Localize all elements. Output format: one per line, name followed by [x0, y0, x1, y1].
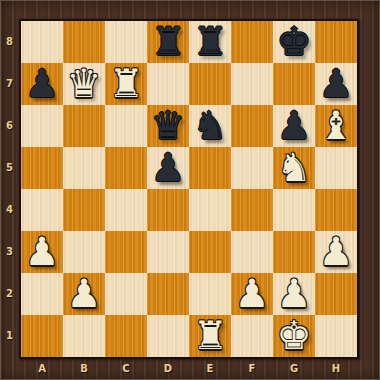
square-c3[interactable]	[105, 231, 147, 273]
file-label-b: B	[63, 359, 105, 380]
file-label-f: F	[231, 359, 273, 380]
square-b3[interactable]	[63, 231, 105, 273]
square-d2[interactable]	[147, 273, 189, 315]
square-h6[interactable]: ♝	[315, 105, 357, 147]
piece-white-bishop[interactable]: ♝	[315, 105, 357, 147]
square-d1[interactable]	[147, 315, 189, 357]
piece-black-pawn[interactable]: ♟	[273, 105, 315, 147]
square-c5[interactable]	[105, 147, 147, 189]
square-a5[interactable]	[21, 147, 63, 189]
square-c4[interactable]	[105, 189, 147, 231]
square-a3[interactable]: ♟	[21, 231, 63, 273]
piece-black-rook[interactable]: ♜	[147, 21, 189, 63]
square-f8[interactable]	[231, 21, 273, 63]
square-a2[interactable]	[21, 273, 63, 315]
square-d5[interactable]: ♟	[147, 147, 189, 189]
piece-white-pawn[interactable]: ♟	[315, 231, 357, 273]
square-f5[interactable]	[231, 147, 273, 189]
piece-black-pawn[interactable]: ♟	[147, 147, 189, 189]
piece-white-rook[interactable]: ♜	[189, 315, 231, 357]
square-d4[interactable]	[147, 189, 189, 231]
square-g1[interactable]: ♚	[273, 315, 315, 357]
rank-label-7: 7	[0, 63, 19, 105]
square-h4[interactable]	[315, 189, 357, 231]
file-label-h: H	[315, 359, 357, 380]
square-a8[interactable]	[21, 21, 63, 63]
square-g2[interactable]: ♟	[273, 273, 315, 315]
piece-black-rook[interactable]: ♜	[189, 21, 231, 63]
chess-app: ♜♜♚♟♛♜♟♛♞♟♝♟♞♟♟♟♟♟♜♚ 87654321 ABCDEFGH	[0, 0, 380, 380]
square-b8[interactable]	[63, 21, 105, 63]
square-a1[interactable]	[21, 315, 63, 357]
square-c1[interactable]	[105, 315, 147, 357]
square-h5[interactable]	[315, 147, 357, 189]
square-h3[interactable]: ♟	[315, 231, 357, 273]
square-b4[interactable]	[63, 189, 105, 231]
square-e4[interactable]	[189, 189, 231, 231]
square-c2[interactable]	[105, 273, 147, 315]
square-b1[interactable]	[63, 315, 105, 357]
piece-white-queen[interactable]: ♛	[63, 63, 105, 105]
file-label-g: G	[273, 359, 315, 380]
file-label-c: C	[105, 359, 147, 380]
piece-white-pawn[interactable]: ♟	[231, 273, 273, 315]
piece-white-pawn[interactable]: ♟	[21, 231, 63, 273]
square-e5[interactable]	[189, 147, 231, 189]
square-f3[interactable]	[231, 231, 273, 273]
square-d7[interactable]	[147, 63, 189, 105]
piece-white-king[interactable]: ♚	[273, 315, 315, 357]
square-h8[interactable]	[315, 21, 357, 63]
piece-white-rook[interactable]: ♜	[105, 63, 147, 105]
rank-label-5: 5	[0, 147, 19, 189]
rank-label-2: 2	[0, 273, 19, 315]
square-g7[interactable]	[273, 63, 315, 105]
square-c6[interactable]	[105, 105, 147, 147]
square-b6[interactable]	[63, 105, 105, 147]
square-b2[interactable]: ♟	[63, 273, 105, 315]
piece-white-pawn[interactable]: ♟	[273, 273, 315, 315]
piece-black-king[interactable]: ♚	[273, 21, 315, 63]
square-a6[interactable]	[21, 105, 63, 147]
square-c7[interactable]: ♜	[105, 63, 147, 105]
rank-label-8: 8	[0, 21, 19, 63]
square-d3[interactable]	[147, 231, 189, 273]
square-f7[interactable]	[231, 63, 273, 105]
square-h1[interactable]	[315, 315, 357, 357]
square-e7[interactable]	[189, 63, 231, 105]
square-a7[interactable]: ♟	[21, 63, 63, 105]
file-label-e: E	[189, 359, 231, 380]
piece-black-pawn[interactable]: ♟	[21, 63, 63, 105]
square-g5[interactable]: ♞	[273, 147, 315, 189]
rank-label-4: 4	[0, 189, 19, 231]
square-g6[interactable]: ♟	[273, 105, 315, 147]
rank-label-3: 3	[0, 231, 19, 273]
square-f1[interactable]	[231, 315, 273, 357]
square-a4[interactable]	[21, 189, 63, 231]
square-e6[interactable]: ♞	[189, 105, 231, 147]
file-label-a: A	[21, 359, 63, 380]
rank-label-6: 6	[0, 105, 19, 147]
piece-white-pawn[interactable]: ♟	[63, 273, 105, 315]
square-g8[interactable]: ♚	[273, 21, 315, 63]
file-label-d: D	[147, 359, 189, 380]
piece-black-pawn[interactable]: ♟	[315, 63, 357, 105]
piece-black-queen[interactable]: ♛	[147, 105, 189, 147]
square-e1[interactable]: ♜	[189, 315, 231, 357]
square-c8[interactable]	[105, 21, 147, 63]
square-e8[interactable]: ♜	[189, 21, 231, 63]
square-d6[interactable]: ♛	[147, 105, 189, 147]
square-e3[interactable]	[189, 231, 231, 273]
piece-white-knight[interactable]: ♞	[273, 147, 315, 189]
square-b7[interactable]: ♛	[63, 63, 105, 105]
square-g4[interactable]	[273, 189, 315, 231]
square-b5[interactable]	[63, 147, 105, 189]
square-g3[interactable]	[273, 231, 315, 273]
square-f2[interactable]: ♟	[231, 273, 273, 315]
square-e2[interactable]	[189, 273, 231, 315]
square-f6[interactable]	[231, 105, 273, 147]
square-h7[interactable]: ♟	[315, 63, 357, 105]
square-f4[interactable]	[231, 189, 273, 231]
piece-black-knight[interactable]: ♞	[189, 105, 231, 147]
chess-board: ♜♜♚♟♛♜♟♛♞♟♝♟♞♟♟♟♟♟♜♚	[19, 19, 359, 359]
square-d8[interactable]: ♜	[147, 21, 189, 63]
square-h2[interactable]	[315, 273, 357, 315]
rank-label-1: 1	[0, 315, 19, 357]
